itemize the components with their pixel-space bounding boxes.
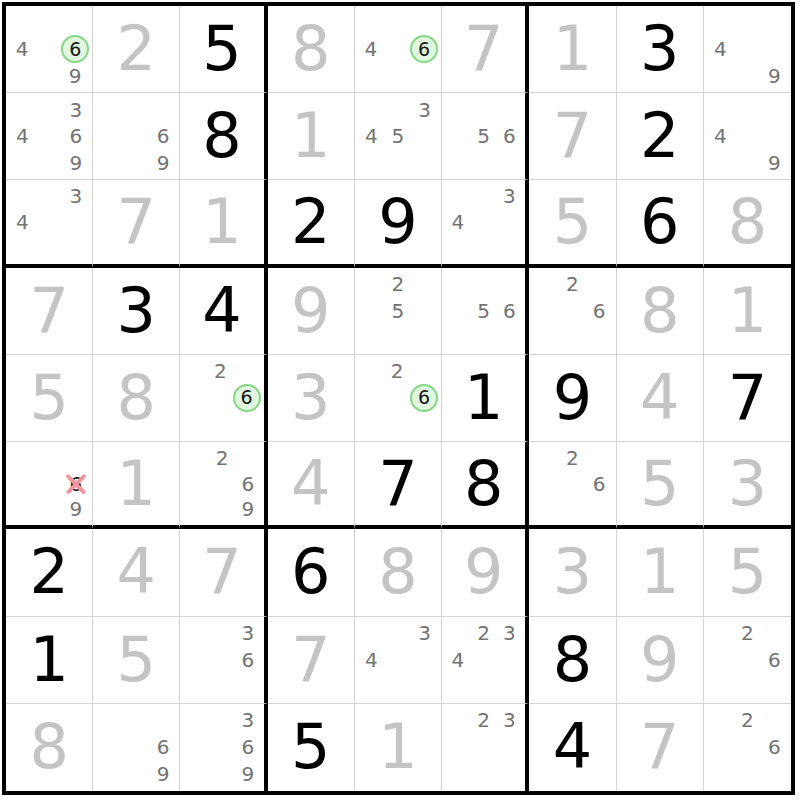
digit-3: 3 (728, 453, 767, 515)
digit-1: 1 (291, 105, 330, 167)
cell-r7c3[interactable]: 7 (180, 529, 267, 616)
candidate-grid: 36 (183, 620, 260, 700)
cell-r1c2[interactable]: 2 (93, 6, 180, 93)
candidate-2[interactable]: 2 (391, 361, 404, 381)
cell-r9c4[interactable]: 5 (268, 704, 355, 791)
cell-r2c2[interactable]: 69 (93, 93, 180, 180)
cell-r4c1[interactable]: 7 (6, 268, 93, 355)
cell-r7c2[interactable]: 4 (93, 529, 180, 616)
cell-r6c8[interactable]: 5 (617, 442, 704, 529)
candidate-6-circled[interactable]: 6 (61, 35, 89, 63)
candidate-4[interactable]: 4 (365, 39, 378, 59)
candidate-3[interactable]: 3 (503, 710, 516, 730)
cell-r2c3[interactable]: 8 (180, 93, 267, 180)
cell-r3c1[interactable]: 34 (6, 180, 93, 267)
candidate-2[interactable]: 2 (214, 361, 227, 381)
candidate-grid: 34 (445, 183, 522, 260)
candidate-3[interactable]: 3 (241, 710, 254, 730)
candidate-4[interactable]: 4 (16, 126, 29, 146)
cell-r5c8[interactable]: 4 (617, 355, 704, 442)
candidate-4[interactable]: 4 (365, 650, 378, 670)
cell-r1c6[interactable]: 7 (442, 6, 529, 93)
digit-1: 1 (117, 453, 156, 515)
digit-8: 8 (464, 453, 503, 515)
cell-r8c6[interactable]: 234 (442, 617, 529, 704)
candidate-3[interactable]: 3 (241, 623, 254, 643)
digit-5: 5 (202, 18, 241, 80)
candidate-6-circled[interactable]: 6 (233, 384, 261, 412)
sudoku-app: 4692584671349346969813455672493471293456… (0, 0, 800, 800)
candidate-4[interactable]: 4 (16, 39, 29, 59)
candidate-grid: 69 (96, 707, 176, 788)
cell-r9c2[interactable]: 69 (93, 704, 180, 791)
candidate-9[interactable]: 9 (69, 153, 82, 173)
cell-r5c7[interactable]: 9 (529, 355, 616, 442)
cell-r2c9[interactable]: 49 (704, 93, 791, 180)
digit-8: 8 (378, 541, 417, 603)
candidate-6[interactable]: 6 (241, 474, 254, 494)
candidate-grid: 26 (532, 445, 612, 522)
candidate-6[interactable]: 6 (768, 650, 781, 670)
cell-r8c1[interactable]: 1 (6, 617, 93, 704)
digit-1: 1 (202, 191, 241, 253)
candidate-grid: 234 (445, 620, 522, 700)
cell-r1c7[interactable]: 1 (529, 6, 616, 93)
cell-r4c9[interactable]: 1 (704, 268, 791, 355)
candidate-9[interactable]: 9 (768, 153, 781, 173)
cell-r7c7[interactable]: 3 (529, 529, 616, 616)
candidate-9[interactable]: 9 (768, 66, 781, 86)
candidate-grid: 26 (183, 358, 260, 438)
digit-7: 7 (553, 105, 592, 167)
digit-1: 1 (378, 716, 417, 778)
cell-r2c1[interactable]: 3469 (6, 93, 93, 180)
cell-r3c3[interactable]: 1 (180, 180, 267, 267)
digit-5: 5 (728, 541, 767, 603)
cell-r4c3[interactable]: 4 (180, 268, 267, 355)
digit-8: 8 (553, 629, 592, 691)
digit-3: 3 (553, 541, 592, 603)
cell-r9c3[interactable]: 369 (180, 704, 267, 791)
candidate-9[interactable]: 9 (69, 66, 82, 86)
cell-r1c4[interactable]: 8 (268, 6, 355, 93)
candidate-4[interactable]: 4 (452, 212, 465, 232)
candidate-5[interactable]: 5 (477, 301, 490, 321)
digit-7: 7 (728, 367, 767, 429)
digit-5: 5 (553, 191, 592, 253)
digit-7: 7 (202, 541, 241, 603)
cell-r3c7[interactable]: 5 (529, 180, 616, 267)
candidate-6-crossed[interactable]: 6 (64, 472, 88, 496)
candidate-6[interactable]: 6 (69, 126, 82, 146)
candidate-grid: 3469 (9, 96, 89, 176)
candidate-6-circled[interactable]: 6 (410, 35, 438, 63)
candidate-grid: 49 (707, 9, 788, 89)
cell-r7c4[interactable]: 6 (268, 529, 355, 616)
cell-r5c4[interactable]: 3 (268, 355, 355, 442)
cell-r8c2[interactable]: 5 (93, 617, 180, 704)
cell-r8c4[interactable]: 7 (268, 617, 355, 704)
candidate-4[interactable]: 4 (714, 39, 727, 59)
cell-r4c2[interactable]: 3 (93, 268, 180, 355)
candidate-3[interactable]: 3 (503, 186, 516, 206)
candidate-grid: 34 (9, 183, 89, 260)
candidate-2[interactable]: 2 (741, 710, 754, 730)
cell-r6c9[interactable]: 3 (704, 442, 791, 529)
digit-7: 7 (378, 453, 417, 515)
cell-r4c6[interactable]: 56 (442, 268, 529, 355)
digit-2: 2 (117, 18, 156, 80)
candidate-grid: 23 (445, 707, 522, 788)
candidate-4[interactable]: 4 (365, 126, 378, 146)
candidate-grid: 69 (9, 445, 89, 522)
digit-5: 5 (640, 453, 679, 515)
candidate-6[interactable]: 6 (503, 301, 516, 321)
cell-r8c9[interactable]: 26 (704, 617, 791, 704)
cell-r4c7[interactable]: 26 (529, 268, 616, 355)
cell-r4c5[interactable]: 25 (355, 268, 442, 355)
cell-r5c1[interactable]: 5 (6, 355, 93, 442)
cell-r3c5[interactable]: 9 (355, 180, 442, 267)
digit-6: 6 (640, 191, 679, 253)
candidate-6[interactable]: 6 (157, 126, 170, 146)
digit-1: 1 (464, 367, 503, 429)
candidate-5[interactable]: 5 (392, 126, 405, 146)
candidate-9[interactable]: 9 (241, 764, 254, 784)
digit-8: 8 (117, 367, 156, 429)
cell-r9c1[interactable]: 8 (6, 704, 93, 791)
cell-r2c6[interactable]: 56 (442, 93, 529, 180)
candidate-4[interactable]: 4 (16, 212, 29, 232)
digit-8: 8 (640, 280, 679, 342)
digit-5: 5 (29, 367, 68, 429)
candidate-4[interactable]: 4 (452, 650, 465, 670)
cell-r8c7[interactable]: 8 (529, 617, 616, 704)
digit-9: 9 (378, 191, 417, 253)
digit-7: 7 (291, 629, 330, 691)
digit-3: 3 (291, 367, 330, 429)
candidate-grid: 345 (358, 96, 438, 176)
digit-4: 4 (202, 280, 241, 342)
cell-r4c4[interactable]: 9 (268, 268, 355, 355)
candidate-9[interactable]: 9 (157, 153, 170, 173)
digit-3: 3 (117, 280, 156, 342)
digit-1: 1 (728, 280, 767, 342)
candidate-grid: 369 (183, 707, 260, 788)
cell-r9c7[interactable]: 4 (529, 704, 616, 791)
candidate-6[interactable]: 6 (593, 474, 606, 494)
candidate-6[interactable]: 6 (593, 301, 606, 321)
digit-8: 8 (291, 18, 330, 80)
candidate-9[interactable]: 9 (69, 499, 82, 519)
candidate-4[interactable]: 4 (714, 126, 727, 146)
cell-r7c5[interactable]: 8 (355, 529, 442, 616)
cell-r6c2[interactable]: 1 (93, 442, 180, 529)
candidate-grid: 26 (532, 271, 612, 351)
digit-9: 9 (553, 367, 592, 429)
sudoku-board: 4692584671349346969813455672493471293456… (2, 2, 795, 795)
digit-1: 1 (29, 629, 68, 691)
cell-r1c5[interactable]: 46 (355, 6, 442, 93)
cell-r9c6[interactable]: 23 (442, 704, 529, 791)
cell-r1c9[interactable]: 49 (704, 6, 791, 93)
digit-9: 9 (640, 629, 679, 691)
candidate-2[interactable]: 2 (566, 274, 579, 294)
cell-r9c5[interactable]: 1 (355, 704, 442, 791)
cell-r5c5[interactable]: 26 (355, 355, 442, 442)
cell-r6c3[interactable]: 269 (180, 442, 267, 529)
cell-r6c7[interactable]: 26 (529, 442, 616, 529)
cell-r1c3[interactable]: 5 (180, 6, 267, 93)
cell-r3c2[interactable]: 7 (93, 180, 180, 267)
cell-r2c5[interactable]: 345 (355, 93, 442, 180)
cell-r5c3[interactable]: 26 (180, 355, 267, 442)
candidate-5[interactable]: 5 (477, 126, 490, 146)
candidate-grid: 34 (358, 620, 438, 700)
digit-2: 2 (291, 191, 330, 253)
candidate-5[interactable]: 5 (392, 301, 405, 321)
cell-r1c1[interactable]: 469 (6, 6, 93, 93)
cell-r5c6[interactable]: 1 (442, 355, 529, 442)
candidate-3[interactable]: 3 (418, 623, 431, 643)
cell-r2c8[interactable]: 2 (617, 93, 704, 180)
candidate-3[interactable]: 3 (503, 623, 516, 643)
candidate-6-circled[interactable]: 6 (410, 384, 438, 412)
cell-r2c4[interactable]: 1 (268, 93, 355, 180)
cell-r7c9[interactable]: 5 (704, 529, 791, 616)
cell-r7c6[interactable]: 9 (442, 529, 529, 616)
digit-4: 4 (117, 541, 156, 603)
candidate-grid: 26 (358, 358, 438, 438)
candidate-2[interactable]: 2 (392, 274, 405, 294)
candidate-3[interactable]: 3 (69, 186, 82, 206)
digit-8: 8 (202, 105, 241, 167)
cell-r3c8[interactable]: 6 (617, 180, 704, 267)
candidate-6[interactable]: 6 (157, 737, 170, 757)
digit-1: 1 (553, 18, 592, 80)
cell-r6c6[interactable]: 8 (442, 442, 529, 529)
digit-7: 7 (29, 280, 68, 342)
candidate-9[interactable]: 9 (241, 499, 254, 519)
cell-r5c2[interactable]: 8 (93, 355, 180, 442)
cell-r6c4[interactable]: 4 (268, 442, 355, 529)
cell-r8c8[interactable]: 9 (617, 617, 704, 704)
digit-4: 4 (553, 716, 592, 778)
candidate-2[interactable]: 2 (741, 623, 754, 643)
candidate-6[interactable]: 6 (768, 737, 781, 757)
digit-2: 2 (640, 105, 679, 167)
digit-2: 2 (29, 541, 68, 603)
digit-9: 9 (464, 541, 503, 603)
digit-9: 9 (291, 280, 330, 342)
cell-r2c7[interactable]: 7 (529, 93, 616, 180)
cell-r8c3[interactable]: 36 (180, 617, 267, 704)
digit-4: 4 (640, 367, 679, 429)
candidate-6[interactable]: 6 (503, 126, 516, 146)
candidate-grid: 49 (707, 96, 788, 176)
candidate-3[interactable]: 3 (69, 100, 82, 120)
cell-r6c5[interactable]: 7 (355, 442, 442, 529)
cell-r9c8[interactable]: 7 (617, 704, 704, 791)
candidate-grid: 69 (96, 96, 176, 176)
candidate-grid: 469 (9, 9, 89, 89)
digit-1: 1 (640, 541, 679, 603)
candidate-2[interactable]: 2 (566, 448, 579, 468)
candidate-9[interactable]: 9 (157, 764, 170, 784)
digit-5: 5 (117, 629, 156, 691)
cell-r7c8[interactable]: 1 (617, 529, 704, 616)
digit-6: 6 (291, 541, 330, 603)
digit-7: 7 (117, 191, 156, 253)
candidate-3[interactable]: 3 (418, 100, 431, 120)
candidate-2[interactable]: 2 (216, 448, 229, 468)
cell-r5c9[interactable]: 7 (704, 355, 791, 442)
cell-r6c1[interactable]: 69 (6, 442, 93, 529)
cell-r4c8[interactable]: 8 (617, 268, 704, 355)
candidate-6[interactable]: 6 (241, 650, 254, 670)
candidate-6[interactable]: 6 (241, 737, 254, 757)
candidate-2[interactable]: 2 (477, 710, 490, 730)
candidate-grid: 56 (445, 271, 522, 351)
candidate-grid: 26 (707, 620, 788, 700)
candidate-grid: 26 (707, 707, 788, 788)
cell-r7c1[interactable]: 2 (6, 529, 93, 616)
candidate-grid: 269 (183, 445, 260, 522)
cell-r8c5[interactable]: 34 (355, 617, 442, 704)
cell-r3c9[interactable]: 8 (704, 180, 791, 267)
cell-r3c4[interactable]: 2 (268, 180, 355, 267)
digit-3: 3 (640, 18, 679, 80)
digit-4: 4 (291, 453, 330, 515)
digit-7: 7 (464, 18, 503, 80)
cell-r1c8[interactable]: 3 (617, 6, 704, 93)
candidate-grid: 46 (358, 9, 438, 89)
digit-8: 8 (728, 191, 767, 253)
digit-5: 5 (291, 716, 330, 778)
candidate-2[interactable]: 2 (477, 623, 490, 643)
cell-r3c6[interactable]: 34 (442, 180, 529, 267)
cell-r9c9[interactable]: 26 (704, 704, 791, 791)
candidate-grid: 56 (445, 96, 522, 176)
digit-8: 8 (29, 716, 68, 778)
digit-7: 7 (640, 716, 679, 778)
candidate-grid: 25 (358, 271, 438, 351)
